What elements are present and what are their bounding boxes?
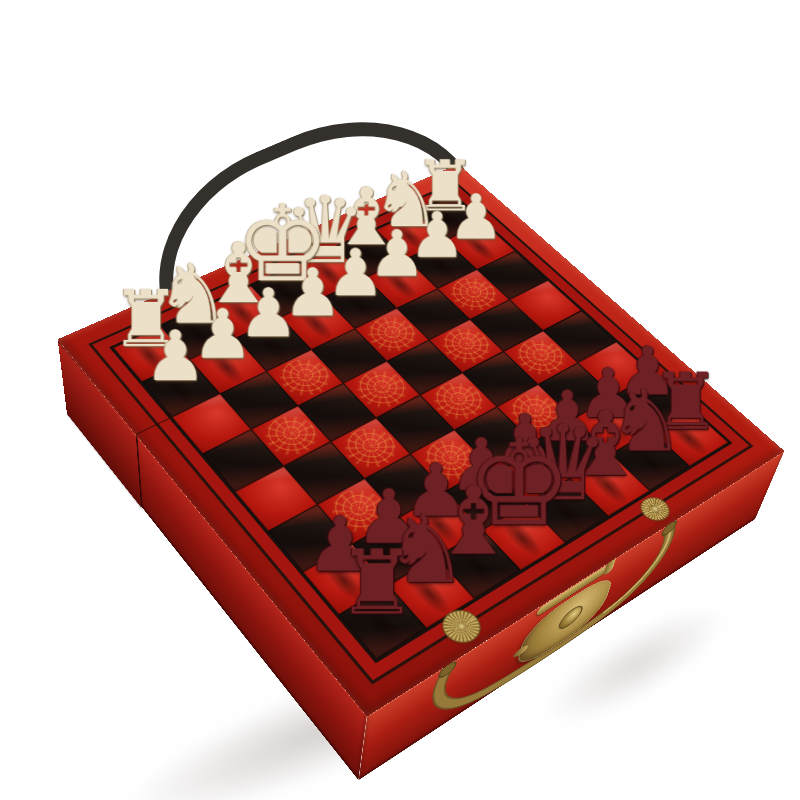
rim-seam (135, 416, 174, 436)
white-rook-a1: ♜ (405, 133, 485, 219)
chess-box: ♜♟♞♟♝♟♛♟♚♟♝♟♟♞♜♟♟♜♞♟♟♝♟♛♟♚♟♝♟♞♟♜ (58, 164, 785, 717)
white-knight-b1: ♞ (366, 144, 448, 237)
box-top-face: ♜♟♞♟♝♟♛♟♚♟♝♟♟♞♜♟♟♜♞♟♟♝♟♛♟♚♟♝♟♞♟♜ (58, 164, 785, 717)
piece-shadow (427, 202, 470, 235)
piece-shadow (307, 255, 351, 290)
white-bishop-c1: ♝ (325, 159, 408, 255)
piece-shadow (457, 230, 501, 264)
piece-shadow (354, 597, 408, 649)
piece-shadow (418, 248, 462, 283)
piece-shadow (451, 541, 504, 590)
scene: ♜♟♞♟♝♟♛♟♚♟♝♟♟♞♜♟♟♜♞♟♟♝♟♛♟♚♟♝♟♞♟♜ (0, 0, 800, 800)
white-bishop-f1: ♝ (195, 213, 282, 314)
product-photo: ♜♟♞♟♝♟♛♟♚♟♝♟♟♞♜♟♟♜♞♟♟♝♟♛♟♚♟♝♟♞♟♜ (0, 0, 800, 800)
